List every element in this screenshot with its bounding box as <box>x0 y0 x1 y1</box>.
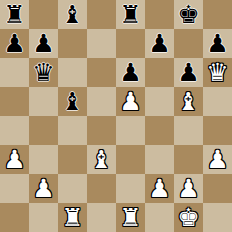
square-e8[interactable]: ♜ <box>116 0 145 29</box>
black-pawn[interactable]: ♟ <box>206 29 228 58</box>
square-e2[interactable] <box>116 174 145 203</box>
square-b3[interactable] <box>29 145 58 174</box>
square-b1[interactable] <box>29 203 58 232</box>
square-f6[interactable] <box>145 58 174 87</box>
square-h6[interactable]: ♛ <box>203 58 232 87</box>
square-f7[interactable]: ♟ <box>145 29 174 58</box>
square-f3[interactable] <box>145 145 174 174</box>
square-e1[interactable]: ♜ <box>116 203 145 232</box>
square-d4[interactable] <box>87 116 116 145</box>
black-pawn[interactable]: ♟ <box>32 29 54 58</box>
square-g5[interactable]: ♝ <box>174 87 203 116</box>
square-g7[interactable] <box>174 29 203 58</box>
black-queen[interactable]: ♛ <box>32 58 54 87</box>
white-king[interactable]: ♚ <box>177 203 199 232</box>
white-bishop[interactable]: ♝ <box>90 145 112 174</box>
square-f8[interactable] <box>145 0 174 29</box>
black-bishop[interactable]: ♝ <box>61 0 83 29</box>
square-d8[interactable] <box>87 0 116 29</box>
square-c6[interactable] <box>58 58 87 87</box>
white-pawn[interactable]: ♟ <box>177 174 199 203</box>
square-e4[interactable] <box>116 116 145 145</box>
square-g4[interactable] <box>174 116 203 145</box>
square-b6[interactable]: ♛ <box>29 58 58 87</box>
square-g1[interactable]: ♚ <box>174 203 203 232</box>
square-d6[interactable] <box>87 58 116 87</box>
square-a1[interactable] <box>0 203 29 232</box>
black-pawn[interactable]: ♟ <box>148 29 170 58</box>
black-pawn[interactable]: ♟ <box>3 29 25 58</box>
chess-board: ♜♝♜♚♟♟♟♟♛♟♟♛♝♟♝♟♝♟♟♟♟♜♜♚ <box>0 0 232 232</box>
white-pawn[interactable]: ♟ <box>119 87 141 116</box>
white-pawn[interactable]: ♟ <box>32 174 54 203</box>
square-a4[interactable] <box>0 116 29 145</box>
square-e7[interactable] <box>116 29 145 58</box>
square-c3[interactable] <box>58 145 87 174</box>
square-a2[interactable] <box>0 174 29 203</box>
square-c5[interactable]: ♝ <box>58 87 87 116</box>
white-pawn[interactable]: ♟ <box>3 145 25 174</box>
square-c4[interactable] <box>58 116 87 145</box>
white-pawn[interactable]: ♟ <box>206 145 228 174</box>
black-king[interactable]: ♚ <box>177 0 199 29</box>
square-b5[interactable] <box>29 87 58 116</box>
square-a7[interactable]: ♟ <box>0 29 29 58</box>
black-bishop[interactable]: ♝ <box>61 87 83 116</box>
square-h4[interactable] <box>203 116 232 145</box>
square-g6[interactable]: ♟ <box>174 58 203 87</box>
black-rook[interactable]: ♜ <box>119 0 141 29</box>
square-c2[interactable] <box>58 174 87 203</box>
square-g3[interactable] <box>174 145 203 174</box>
square-b7[interactable]: ♟ <box>29 29 58 58</box>
square-a3[interactable]: ♟ <box>0 145 29 174</box>
black-pawn[interactable]: ♟ <box>177 58 199 87</box>
square-f5[interactable] <box>145 87 174 116</box>
white-bishop[interactable]: ♝ <box>177 87 199 116</box>
square-h5[interactable] <box>203 87 232 116</box>
black-rook[interactable]: ♜ <box>3 0 25 29</box>
square-e5[interactable]: ♟ <box>116 87 145 116</box>
square-g2[interactable]: ♟ <box>174 174 203 203</box>
square-b4[interactable] <box>29 116 58 145</box>
white-queen[interactable]: ♛ <box>206 58 228 87</box>
square-h8[interactable] <box>203 0 232 29</box>
square-d3[interactable]: ♝ <box>87 145 116 174</box>
white-rook[interactable]: ♜ <box>119 203 141 232</box>
square-h2[interactable] <box>203 174 232 203</box>
white-rook[interactable]: ♜ <box>61 203 83 232</box>
square-h7[interactable]: ♟ <box>203 29 232 58</box>
square-c7[interactable] <box>58 29 87 58</box>
square-b8[interactable] <box>29 0 58 29</box>
square-b2[interactable]: ♟ <box>29 174 58 203</box>
square-a6[interactable] <box>0 58 29 87</box>
square-g8[interactable]: ♚ <box>174 0 203 29</box>
square-d7[interactable] <box>87 29 116 58</box>
white-pawn[interactable]: ♟ <box>148 174 170 203</box>
square-f4[interactable] <box>145 116 174 145</box>
square-f2[interactable]: ♟ <box>145 174 174 203</box>
square-d2[interactable] <box>87 174 116 203</box>
square-h1[interactable] <box>203 203 232 232</box>
square-h3[interactable]: ♟ <box>203 145 232 174</box>
square-d1[interactable] <box>87 203 116 232</box>
square-e3[interactable] <box>116 145 145 174</box>
square-c1[interactable]: ♜ <box>58 203 87 232</box>
square-c8[interactable]: ♝ <box>58 0 87 29</box>
square-d5[interactable] <box>87 87 116 116</box>
square-f1[interactable] <box>145 203 174 232</box>
square-a8[interactable]: ♜ <box>0 0 29 29</box>
black-pawn[interactable]: ♟ <box>119 58 141 87</box>
square-e6[interactable]: ♟ <box>116 58 145 87</box>
square-a5[interactable] <box>0 87 29 116</box>
